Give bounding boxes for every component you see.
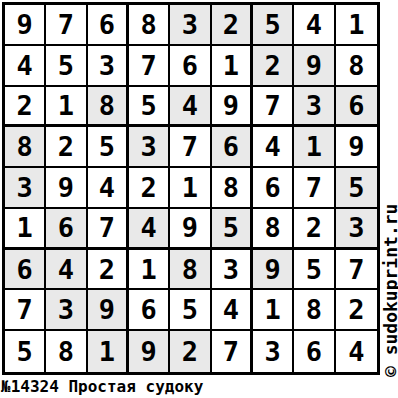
cell-r1c2: 7 xyxy=(46,5,87,46)
cell-r3c8: 3 xyxy=(294,87,335,128)
cell-r5c6: 8 xyxy=(212,168,253,209)
cell-r9c7: 3 xyxy=(253,331,294,372)
cell-r7c9: 7 xyxy=(336,250,377,291)
cell-r2c2: 5 xyxy=(46,46,87,87)
cell-r8c4: 6 xyxy=(129,290,170,331)
cell-r4c6: 6 xyxy=(212,127,253,168)
cell-r6c9: 3 xyxy=(336,209,377,250)
cell-r7c5: 8 xyxy=(170,250,211,291)
cell-r8c7: 1 xyxy=(253,290,294,331)
cell-r5c8: 7 xyxy=(294,168,335,209)
cell-r9c1: 5 xyxy=(5,331,46,372)
cell-r4c2: 2 xyxy=(46,127,87,168)
cell-r3c4: 5 xyxy=(129,87,170,128)
cell-r9c3: 1 xyxy=(88,331,129,372)
cell-r8c1: 7 xyxy=(5,290,46,331)
cell-r7c7: 9 xyxy=(253,250,294,291)
cell-r2c8: 9 xyxy=(294,46,335,87)
cell-r2c5: 6 xyxy=(170,46,211,87)
cell-r1c3: 6 xyxy=(88,5,129,46)
cell-r1c9: 1 xyxy=(336,5,377,46)
cell-r6c7: 8 xyxy=(253,209,294,250)
cell-r8c2: 3 xyxy=(46,290,87,331)
cell-r2c1: 4 xyxy=(5,46,46,87)
cell-r9c5: 2 xyxy=(170,331,211,372)
cell-r6c5: 9 xyxy=(170,209,211,250)
cell-r5c7: 6 xyxy=(253,168,294,209)
cell-r5c3: 4 xyxy=(88,168,129,209)
cell-r8c3: 9 xyxy=(88,290,129,331)
cell-r3c3: 8 xyxy=(88,87,129,128)
cell-r4c9: 9 xyxy=(336,127,377,168)
cell-r1c6: 2 xyxy=(212,5,253,46)
cell-r3c9: 6 xyxy=(336,87,377,128)
cell-r1c1: 9 xyxy=(5,5,46,46)
cell-r3c7: 7 xyxy=(253,87,294,128)
cell-r5c5: 1 xyxy=(170,168,211,209)
cell-r4c5: 7 xyxy=(170,127,211,168)
cell-r2c9: 8 xyxy=(336,46,377,87)
cell-r7c6: 3 xyxy=(212,250,253,291)
cell-r4c4: 3 xyxy=(129,127,170,168)
cell-r9c2: 8 xyxy=(46,331,87,372)
cell-r4c7: 4 xyxy=(253,127,294,168)
cell-r5c4: 2 xyxy=(129,168,170,209)
cell-r1c4: 8 xyxy=(129,5,170,46)
cell-r7c1: 6 xyxy=(5,250,46,291)
cell-r1c7: 5 xyxy=(253,5,294,46)
cell-r1c5: 3 xyxy=(170,5,211,46)
sudoku-print-page: 9768325414537612982185497368253764193942… xyxy=(0,0,398,398)
cell-r2c3: 3 xyxy=(88,46,129,87)
cell-r4c1: 8 xyxy=(5,127,46,168)
cell-r8c6: 4 xyxy=(212,290,253,331)
cell-r8c8: 8 xyxy=(294,290,335,331)
cell-r5c2: 9 xyxy=(46,168,87,209)
cell-r2c7: 2 xyxy=(253,46,294,87)
cell-r9c4: 9 xyxy=(129,331,170,372)
sudoku-board: 9768325414537612982185497368253764193942… xyxy=(2,2,380,375)
cell-r9c9: 4 xyxy=(336,331,377,372)
cell-r6c6: 5 xyxy=(212,209,253,250)
cell-r5c1: 3 xyxy=(5,168,46,209)
cell-r1c8: 4 xyxy=(294,5,335,46)
cell-r7c8: 5 xyxy=(294,250,335,291)
cell-r6c4: 4 xyxy=(129,209,170,250)
cell-r2c4: 7 xyxy=(129,46,170,87)
cell-r7c3: 2 xyxy=(88,250,129,291)
cell-r8c9: 2 xyxy=(336,290,377,331)
cell-r9c8: 6 xyxy=(294,331,335,372)
cell-r3c5: 4 xyxy=(170,87,211,128)
cell-r6c3: 7 xyxy=(88,209,129,250)
cell-r8c5: 5 xyxy=(170,290,211,331)
cell-r3c2: 1 xyxy=(46,87,87,128)
cell-r4c3: 5 xyxy=(88,127,129,168)
cell-r6c8: 2 xyxy=(294,209,335,250)
cell-r2c6: 1 xyxy=(212,46,253,87)
copyright-attribution: © sudokuprint.ru xyxy=(383,204,398,377)
cell-r5c9: 5 xyxy=(336,168,377,209)
cell-r3c6: 9 xyxy=(212,87,253,128)
cell-r3c1: 2 xyxy=(5,87,46,128)
cell-r6c2: 6 xyxy=(46,209,87,250)
cell-r4c8: 1 xyxy=(294,127,335,168)
puzzle-caption: №14324 Простая судоку xyxy=(1,377,203,396)
cell-r9c6: 7 xyxy=(212,331,253,372)
cell-r6c1: 1 xyxy=(5,209,46,250)
cell-r7c2: 4 xyxy=(46,250,87,291)
cell-r7c4: 1 xyxy=(129,250,170,291)
